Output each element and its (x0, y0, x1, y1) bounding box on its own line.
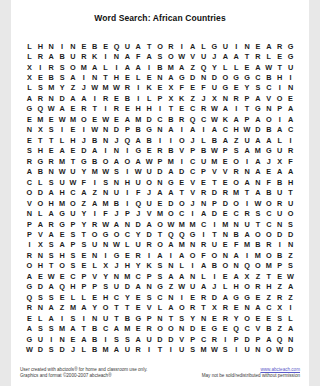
grid-cell: S (252, 83, 263, 93)
grid-cell: R (242, 208, 253, 218)
grid-cell: R (24, 303, 35, 313)
grid-cell: E (57, 229, 68, 239)
grid-cell: N (242, 303, 253, 313)
grid-cell: O (100, 303, 111, 313)
grid-cell: P (187, 334, 198, 344)
grid-cell: M (78, 62, 89, 72)
grid-cell: Q (187, 114, 198, 124)
grid-cell: R (100, 93, 111, 103)
grid-cell: J (111, 261, 122, 271)
grid-cell: D (165, 198, 176, 208)
grid-cell: D (155, 167, 166, 177)
grid-cell: H (46, 198, 57, 208)
grid-cell: W (242, 125, 253, 135)
grid-cell: M (100, 83, 111, 93)
grid-cell: L (198, 41, 209, 51)
grid-cell: L (78, 292, 89, 302)
grid-cell: T (165, 104, 176, 114)
grid-cell: P (122, 125, 133, 135)
grid-cell: N (165, 261, 176, 271)
grid-cell: C (263, 83, 274, 93)
grid-cell: C (111, 292, 122, 302)
grid-cell: B (122, 313, 133, 323)
grid-cell: E (220, 177, 231, 187)
grid-cell: I (242, 156, 253, 166)
grid-cell: N (198, 313, 209, 323)
grid-cell: P (89, 282, 100, 292)
grid-cell: M (122, 324, 133, 334)
grid-cell: Q (165, 229, 176, 239)
grid-cell: J (209, 51, 220, 61)
grid-cell: G (111, 250, 122, 260)
grid-cell: N (68, 41, 79, 51)
grid-cell: A (68, 324, 79, 334)
grid-cell: R (46, 156, 57, 166)
grid-cell: I (133, 83, 144, 93)
grid-cell: B (209, 135, 220, 145)
grid-cell: U (133, 240, 144, 250)
grid-cell: N (274, 219, 285, 229)
grid-cell: P (24, 219, 35, 229)
grid-cell: O (35, 198, 46, 208)
grid-cell: A (220, 104, 231, 114)
grid-cell: W (165, 219, 176, 229)
grid-cell: M (176, 219, 187, 229)
grid-cell: X (165, 93, 176, 103)
grid-cell: R (252, 282, 263, 292)
grid-cell: I (100, 250, 111, 260)
grid-cell: A (133, 41, 144, 51)
grid-cell: O (165, 324, 176, 334)
grid-cell: B (111, 198, 122, 208)
grid-cell: O (155, 41, 166, 51)
grid-cell: O (242, 282, 253, 292)
grid-cell: Q (35, 104, 46, 114)
grid-cell: H (68, 135, 79, 145)
grid-cell: G (176, 72, 187, 82)
grid-cell: D (285, 345, 296, 355)
grid-cell: I (165, 135, 176, 145)
grid-cell: B (89, 334, 100, 344)
grid-cell: O (176, 135, 187, 145)
grid-cell: J (263, 156, 274, 166)
grid-cell: M (165, 62, 176, 72)
grid-cell: D (285, 229, 296, 239)
grid-cell: K (144, 261, 155, 271)
grid-cell: A (176, 250, 187, 260)
footer-right-block: www.abcteach.com May not be sold/redistr… (202, 367, 300, 380)
grid-cell: I (57, 313, 68, 323)
grid-cell: X (35, 240, 46, 250)
grid-cell: L (198, 271, 209, 281)
grid-cell: Z (165, 282, 176, 292)
grid-cell: S (285, 219, 296, 229)
grid-cell: A (252, 303, 263, 313)
grid-cell: N (100, 125, 111, 135)
grid-cell: C (285, 125, 296, 135)
grid-cell: S (68, 313, 79, 323)
grid-cell: R (231, 167, 242, 177)
grid-cell: W (209, 146, 220, 156)
grid-cell: P (78, 282, 89, 292)
grid-cell: E (155, 83, 166, 93)
grid-cell: J (78, 83, 89, 93)
grid-cell: U (133, 177, 144, 187)
grid-cell: C (155, 114, 166, 124)
grid-cell: R (198, 104, 209, 114)
grid-cell: B (144, 135, 155, 145)
grid-cell: W (285, 271, 296, 281)
grid-cell: O (274, 93, 285, 103)
grid-cell: R (187, 303, 198, 313)
grid-cell: U (68, 51, 79, 61)
grid-cell: N (35, 250, 46, 260)
grid-cell: L (24, 41, 35, 51)
grid-cell: A (89, 62, 100, 72)
grid-cell: C (187, 167, 198, 177)
grid-cell: Y (209, 62, 220, 72)
grid-cell: I (122, 167, 133, 177)
grid-cell: R (198, 240, 209, 250)
grid-cell: N (165, 292, 176, 302)
grid-cell: W (24, 345, 35, 355)
grid-cell: A (252, 188, 263, 198)
grid-cell: G (100, 229, 111, 239)
grid-cell: C (122, 229, 133, 239)
grid-cell: T (46, 261, 57, 271)
grid-cell: L (122, 240, 133, 250)
grid-cell: N (231, 219, 242, 229)
grid-cell: N (285, 240, 296, 250)
grid-cell: A (165, 271, 176, 281)
grid-cell: X (24, 62, 35, 72)
grid-cell: G (220, 83, 231, 93)
grid-cell: C (155, 292, 166, 302)
grid-cell: U (209, 83, 220, 93)
grid-cell: N (24, 208, 35, 218)
grid-cell: N (100, 188, 111, 198)
grid-cell: O (57, 261, 68, 271)
grid-cell: V (187, 188, 198, 198)
grid-cell: G (133, 313, 144, 323)
grid-cell: X (274, 303, 285, 313)
grid-cell: X (209, 93, 220, 103)
grid-cell: B (252, 240, 263, 250)
grid-cell: A (57, 104, 68, 114)
grid-cell: O (231, 198, 242, 208)
grid-cell: W (46, 271, 57, 281)
grid-cell: J (111, 208, 122, 218)
grid-cell: S (46, 292, 57, 302)
grid-cell: N (46, 167, 57, 177)
grid-cell: O (231, 177, 242, 187)
grid-cell: M (263, 261, 274, 271)
grid-cell: P (78, 271, 89, 281)
grid-cell: N (263, 104, 274, 114)
grid-cell: J (144, 188, 155, 198)
abcteach-website-link[interactable]: www.abcteach.com (260, 367, 300, 372)
grid-cell: A (198, 208, 209, 218)
grid-cell: E (24, 135, 35, 145)
grid-cell: R (198, 188, 209, 198)
grid-cell: P (122, 208, 133, 218)
grid-cell: A (133, 334, 144, 344)
grid-cell: H (231, 125, 242, 135)
grid-cell: V (220, 167, 231, 177)
grid-cell: W (274, 345, 285, 355)
grid-cell: N (242, 41, 253, 51)
grid-cell: F (198, 250, 209, 260)
grid-cell: E (209, 313, 220, 323)
grid-cell: A (165, 303, 176, 313)
grid-cell: U (198, 156, 209, 166)
grid-cell: D (57, 93, 68, 103)
grid-cell: I (122, 198, 133, 208)
grid-cell: S (187, 345, 198, 355)
grid-cell: S (252, 208, 263, 218)
grid-cell: V (176, 146, 187, 156)
grid-cell: T (100, 72, 111, 82)
grid-cell: D (165, 334, 176, 344)
grid-cell: C (252, 72, 263, 82)
grid-cell: E (220, 156, 231, 166)
grid-cell: L (285, 313, 296, 323)
grid-cell: S (46, 250, 57, 260)
grid-cell: E (122, 250, 133, 260)
grid-cell: E (57, 271, 68, 281)
grid-cell: O (263, 250, 274, 260)
grid-cell: O (220, 72, 231, 82)
grid-cell: Y (78, 219, 89, 229)
grid-cell: N (155, 72, 166, 82)
grid-cell: Z (78, 198, 89, 208)
grid-cell: O (263, 198, 274, 208)
grid-cell: G (209, 324, 220, 334)
grid-cell: V (252, 324, 263, 334)
grid-cell: I (165, 345, 176, 355)
grid-cell: I (78, 125, 89, 135)
grid-cell: I (57, 41, 68, 51)
grid-cell: M (122, 271, 133, 281)
grid-cell: H (35, 146, 46, 156)
grid-cell: L (220, 62, 231, 72)
grid-cell: X (274, 156, 285, 166)
grid-cell: Z (274, 324, 285, 334)
grid-cell: M (220, 219, 231, 229)
grid-cell: Z (263, 292, 274, 302)
grid-cell: N (24, 125, 35, 135)
grid-cell: C (100, 324, 111, 334)
grid-cell: D (220, 198, 231, 208)
grid-cell: O (252, 261, 263, 271)
grid-cell: B (35, 167, 46, 177)
grid-cell: B (89, 156, 100, 166)
grid-cell: R (111, 104, 122, 114)
grid-cell: A (165, 72, 176, 82)
grid-cell: T (78, 324, 89, 334)
grid-cell: E (100, 41, 111, 51)
grid-cell: I (100, 51, 111, 61)
grid-cell: L (89, 261, 100, 271)
grid-cell: A (68, 72, 79, 82)
grid-cell: B (122, 93, 133, 103)
grid-cell: D (111, 125, 122, 135)
grid-cell: I (198, 229, 209, 239)
grid-cell: B (89, 135, 100, 145)
grid-cell: S (122, 334, 133, 344)
grid-cell: A (252, 114, 263, 124)
grid-cell: O (144, 177, 155, 187)
grid-cell: Z (187, 93, 198, 103)
grid-cell: O (263, 345, 274, 355)
grid-cell: Y (133, 261, 144, 271)
grid-cell: D (187, 324, 198, 334)
grid-cell: A (89, 198, 100, 208)
grid-cell: U (176, 345, 187, 355)
grid-cell: N (155, 177, 166, 187)
footer-copyright: Graphics and format ©2000-2007 abcteach® (20, 373, 147, 380)
grid-cell: A (165, 188, 176, 198)
grid-cell: R (144, 324, 155, 334)
grid-cell: R (263, 240, 274, 250)
grid-cell: I (144, 345, 155, 355)
grid-cell: E (285, 93, 296, 103)
grid-cell: C (242, 324, 253, 334)
grid-cell: A (187, 125, 198, 135)
grid-cell: A (263, 41, 274, 51)
grid-cell: L (133, 72, 144, 82)
grid-cell: I (100, 146, 111, 156)
grid-cell: D (35, 282, 46, 292)
grid-cell: S (68, 261, 79, 271)
grid-cell: C (68, 271, 79, 281)
grid-cell: F (198, 83, 209, 93)
grid-cell: I (242, 250, 253, 260)
grid-cell: A (155, 188, 166, 198)
grid-cell: M (198, 345, 209, 355)
grid-cell: E (68, 334, 79, 344)
grid-cell: D (176, 167, 187, 177)
grid-cell: E (133, 303, 144, 313)
grid-cell: H (133, 104, 144, 114)
grid-cell: A (252, 135, 263, 145)
grid-cell: A (111, 345, 122, 355)
grid-cell: U (68, 208, 79, 218)
grid-cell: J (78, 135, 89, 145)
grid-cell: D (209, 292, 220, 302)
grid-cell: A (242, 229, 253, 239)
grid-cell: T (35, 135, 46, 145)
grid-cell: I (209, 219, 220, 229)
grid-cell: G (285, 41, 296, 51)
grid-cell: D (187, 72, 198, 82)
grid-cell: O (100, 156, 111, 166)
grid-cell: V (263, 93, 274, 103)
grid-cell: A (133, 156, 144, 166)
grid-cell: M (100, 198, 111, 208)
grid-cell: U (89, 240, 100, 250)
grid-cell: Z (285, 250, 296, 260)
grid-cell: R (46, 219, 57, 229)
grid-cell: V (176, 334, 187, 344)
grid-cell: E (46, 114, 57, 124)
grid-cell: Y (231, 313, 242, 323)
grid-cell: R (231, 93, 242, 103)
grid-cell: F (133, 51, 144, 61)
grid-cell: A (187, 41, 198, 51)
grid-cell: E (252, 41, 263, 51)
grid-cell: I (187, 261, 198, 271)
grid-cell: A (133, 282, 144, 292)
grid-cell: B (274, 177, 285, 187)
grid-cell: I (78, 313, 89, 323)
grid-cell: R (220, 313, 231, 323)
grid-cell: W (252, 198, 263, 208)
grid-cell: E (231, 83, 242, 93)
grid-cell: O (68, 198, 79, 208)
grid-cell: H (122, 261, 133, 271)
grid-cell: O (263, 114, 274, 124)
grid-cell: N (144, 282, 155, 292)
grid-cell: T (242, 188, 253, 198)
grid-cell: M (57, 324, 68, 334)
grid-cell: R (198, 292, 209, 302)
grid-cell: N (155, 313, 166, 323)
grid-cell: I (111, 62, 122, 72)
grid-cell: N (100, 135, 111, 145)
grid-cell: M (133, 114, 144, 124)
grid-cell: E (252, 292, 263, 302)
grid-cell: S (111, 334, 122, 344)
grid-cell: A (285, 114, 296, 124)
grid-cell: E (231, 303, 242, 313)
grid-cell: N (89, 313, 100, 323)
grid-cell: U (187, 282, 198, 292)
grid-cell: C (263, 303, 274, 313)
grid-cell: Z (231, 135, 242, 145)
grid-cell: A (46, 313, 57, 323)
grid-cell: E (187, 83, 198, 93)
grid-cell: G (57, 219, 68, 229)
grid-cell: E (68, 125, 79, 135)
grid-cell: P (155, 156, 166, 166)
grid-cell: D (155, 334, 166, 344)
grid-cell: V (144, 303, 155, 313)
grid-cell: O (220, 261, 231, 271)
grid-cell: U (220, 41, 231, 51)
grid-cell: N (252, 177, 263, 187)
grid-cell: H (231, 282, 242, 292)
grid-cell: L (263, 51, 274, 61)
grid-cell: E (68, 146, 79, 156)
grid-cell: V (24, 198, 35, 208)
grid-cell: A (133, 135, 144, 145)
grid-cell: R (35, 93, 46, 103)
grid-cell: G (24, 282, 35, 292)
grid-cell: U (209, 240, 220, 250)
grid-cell: S (155, 271, 166, 281)
grid-cell: I (46, 334, 57, 344)
grid-cell: C (198, 219, 209, 229)
grid-cell: B (209, 261, 220, 271)
grid-cell: P (274, 104, 285, 114)
grid-cell: J (133, 208, 144, 218)
grid-cell: I (100, 334, 111, 344)
grid-cell: C (220, 125, 231, 135)
grid-cell: R (165, 41, 176, 51)
grid-cell: L (24, 83, 35, 93)
grid-cell: G (209, 41, 220, 51)
